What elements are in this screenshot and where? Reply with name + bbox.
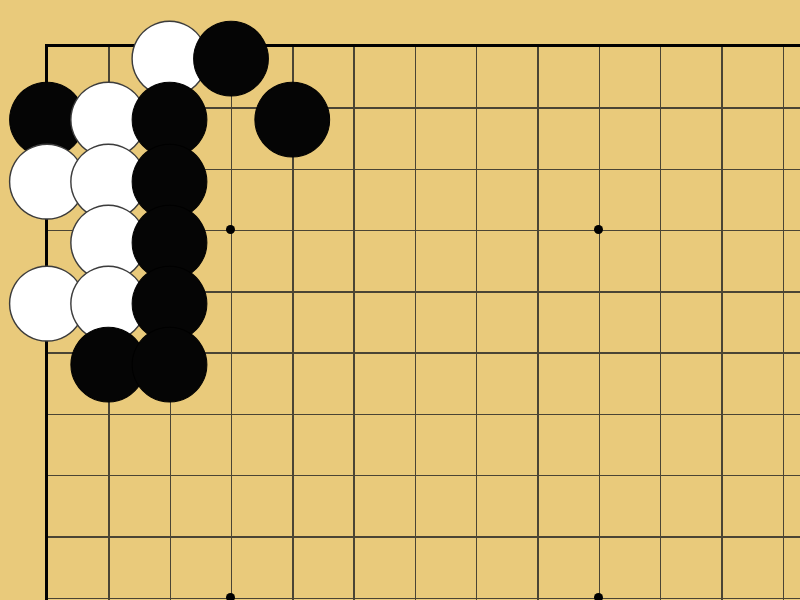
black-stone: ● (262, 77, 323, 138)
black-stone: ● (139, 322, 200, 383)
go-board[interactable]: ●●●●●●●●●●●●●●●● (0, 0, 800, 600)
stones-layer: ●●●●●●●●●●●●●●●● (16, 15, 800, 600)
